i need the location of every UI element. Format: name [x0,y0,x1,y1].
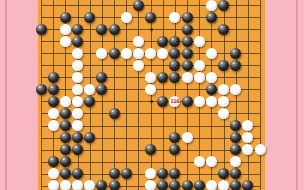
black-stone [60,168,71,179]
black-stone [96,84,107,95]
white-stone [230,156,241,167]
white-stone [145,84,156,95]
white-stone [48,108,59,119]
black-stone [169,60,180,71]
black-stone [230,120,241,131]
white-stone [96,48,107,59]
letterbox-edge-right [296,0,298,190]
white-stone [145,72,156,83]
video-frame: 116 [0,0,304,190]
black-stone [60,144,71,155]
black-stone [169,48,180,59]
black-stone [230,168,241,179]
black-stone [72,132,83,143]
black-stone [169,72,180,83]
black-stone [230,48,241,59]
black-stone [60,132,71,143]
black-stone [109,24,120,35]
white-stone [72,84,83,95]
black-stone [109,108,120,119]
white-stone [255,144,266,155]
black-stone [36,24,47,35]
white-stone [121,48,132,59]
white-stone [206,0,217,11]
black-stone [72,36,83,47]
black-stone [72,144,83,155]
black-stone [206,84,217,95]
white-stone [242,132,253,143]
grid-line-horizontal [41,162,261,163]
white-stone [72,180,83,190]
black-stone [182,48,193,59]
black-stone [48,96,59,107]
black-stone [157,180,168,190]
white-stone [60,24,71,35]
white-stone [206,156,217,167]
black-stone [96,180,107,190]
black-stone [157,36,168,47]
black-stone [60,108,71,119]
black-stone [96,72,107,83]
white-stone [72,48,83,59]
white-stone [145,180,156,190]
black-stone [182,36,193,47]
black-stone [169,36,180,47]
white-stone [72,120,83,131]
black-stone [96,24,107,35]
white-stone [145,168,156,179]
black-stone [182,12,193,23]
white-stone [121,12,132,23]
black-stone [48,156,59,167]
black-stone [133,0,144,11]
white-stone [72,96,83,107]
black-stone [121,168,132,179]
black-stone [218,0,229,11]
white-stone [84,84,95,95]
white-stone [194,72,205,83]
white-stone [48,168,59,179]
white-stone [145,48,156,59]
white-stone [133,60,144,71]
black-stone [182,96,193,107]
white-stone [48,120,59,131]
white-stone [182,132,193,143]
black-stone [218,168,229,179]
white-stone [194,156,205,167]
white-stone [218,96,229,107]
white-stone [218,84,229,95]
white-stone [242,144,253,155]
black-stone [145,144,156,155]
black-stone [60,156,71,167]
white-stone [72,60,83,71]
white-stone [230,84,241,95]
move-number-label: 116 [169,96,180,107]
black-stone [218,24,229,35]
white-stone [60,180,71,190]
letterbox-edge-left [5,0,7,190]
black-stone [48,84,59,95]
black-stone [182,24,193,35]
white-stone [194,60,205,71]
black-stone [242,180,253,190]
white-stone [206,48,217,59]
black-stone [84,132,95,143]
black-stone [36,84,47,95]
black-stone [169,144,180,155]
black-stone [157,72,168,83]
white-stone [72,72,83,83]
black-stone [84,96,95,107]
white-stone [218,180,229,190]
white-stone [133,48,144,59]
white-stone [157,48,168,59]
black-stone [109,180,120,190]
black-stone [230,180,241,190]
black-stone [169,168,180,179]
white-stone [133,36,144,47]
black-stone [157,96,168,107]
black-stone [230,132,241,143]
white-stone [206,96,217,107]
white-stone [194,96,205,107]
white-stone [48,180,59,190]
last-move-stone: 116 [169,96,180,107]
black-stone [72,168,83,179]
white-stone [206,180,217,190]
star-point [150,28,153,31]
white-stone [169,12,180,23]
black-stone [84,12,95,23]
black-stone [206,12,217,23]
black-stone [109,48,120,59]
black-stone [169,180,180,190]
black-stone [72,24,83,35]
white-stone [242,120,253,131]
black-stone [182,180,193,190]
white-stone [60,36,71,47]
black-stone [218,60,229,71]
white-stone [72,108,83,119]
black-stone [230,144,241,155]
white-stone [206,72,217,83]
black-stone [157,168,168,179]
black-stone [230,60,241,71]
black-stone [169,132,180,143]
black-stone [182,60,193,71]
black-stone [60,12,71,23]
white-stone [194,36,205,47]
black-stone [145,12,156,23]
white-stone [218,108,229,119]
white-stone [84,180,95,190]
black-stone [48,72,59,83]
go-board: 116 [38,0,265,190]
white-stone [60,96,71,107]
black-stone [194,180,205,190]
black-stone [60,120,71,131]
black-stone [109,168,120,179]
white-stone [182,72,193,83]
